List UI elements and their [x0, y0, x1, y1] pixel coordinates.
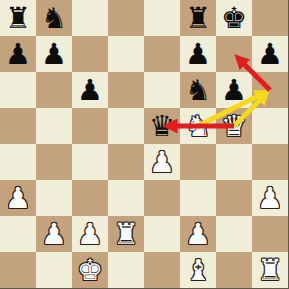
- black-knight-b8[interactable]: ♞︎: [36, 0, 72, 36]
- square-b1[interactable]: [36, 252, 72, 288]
- square-d6[interactable]: [108, 72, 144, 108]
- white-king-c1[interactable]: ♚︎: [72, 252, 108, 288]
- black-queen-e5[interactable]: ♛︎: [144, 108, 180, 144]
- chess-board: ♜︎♞︎♜︎♚︎♟︎♟︎♟︎♟︎♟︎♞︎♟︎♛︎♞︎♛︎♟︎♟︎♟︎♟︎♟︎♜︎…: [0, 0, 288, 288]
- square-a3[interactable]: ♟︎: [0, 180, 36, 216]
- white-pawn-c2[interactable]: ♟︎: [72, 216, 108, 252]
- black-king-g8[interactable]: ♚︎: [216, 0, 252, 36]
- square-h7[interactable]: ♟︎: [252, 36, 288, 72]
- square-h3[interactable]: ♟︎: [252, 180, 288, 216]
- square-g7[interactable]: [216, 36, 252, 72]
- square-d1[interactable]: [108, 252, 144, 288]
- square-c8[interactable]: [72, 0, 108, 36]
- square-h6[interactable]: [252, 72, 288, 108]
- white-pawn-b2[interactable]: ♟︎: [36, 216, 72, 252]
- square-c2[interactable]: ♟︎: [72, 216, 108, 252]
- square-f5[interactable]: ♞︎: [180, 108, 216, 144]
- square-h5[interactable]: [252, 108, 288, 144]
- square-a1[interactable]: [0, 252, 36, 288]
- black-pawn-g6[interactable]: ♟︎: [216, 72, 252, 108]
- square-f2[interactable]: ♟︎: [180, 216, 216, 252]
- square-e1[interactable]: [144, 252, 180, 288]
- square-c1[interactable]: ♚︎: [72, 252, 108, 288]
- square-b2[interactable]: ♟︎: [36, 216, 72, 252]
- square-g4[interactable]: [216, 144, 252, 180]
- square-g2[interactable]: [216, 216, 252, 252]
- square-c7[interactable]: [72, 36, 108, 72]
- square-f7[interactable]: ♟︎: [180, 36, 216, 72]
- square-a6[interactable]: [0, 72, 36, 108]
- square-b4[interactable]: [36, 144, 72, 180]
- square-e5[interactable]: ♛︎: [144, 108, 180, 144]
- square-e3[interactable]: [144, 180, 180, 216]
- chess-board-frame: ♜︎♞︎♜︎♚︎♟︎♟︎♟︎♟︎♟︎♞︎♟︎♛︎♞︎♛︎♟︎♟︎♟︎♟︎♟︎♜︎…: [0, 0, 289, 289]
- square-f4[interactable]: [180, 144, 216, 180]
- square-c6[interactable]: ♟︎: [72, 72, 108, 108]
- black-pawn-c6[interactable]: ♟︎: [72, 72, 108, 108]
- square-g1[interactable]: [216, 252, 252, 288]
- white-knight-f5[interactable]: ♞︎: [180, 108, 216, 144]
- square-c5[interactable]: [72, 108, 108, 144]
- black-knight-f6[interactable]: ♞︎: [180, 72, 216, 108]
- square-h8[interactable]: [252, 0, 288, 36]
- white-queen-g5[interactable]: ♛︎: [216, 108, 252, 144]
- square-b6[interactable]: [36, 72, 72, 108]
- square-d2[interactable]: ♜︎: [108, 216, 144, 252]
- square-b8[interactable]: ♞︎: [36, 0, 72, 36]
- square-d5[interactable]: [108, 108, 144, 144]
- black-rook-a8[interactable]: ♜︎: [0, 0, 36, 36]
- square-a5[interactable]: [0, 108, 36, 144]
- square-e4[interactable]: ♟︎: [144, 144, 180, 180]
- square-e7[interactable]: [144, 36, 180, 72]
- square-d8[interactable]: [108, 0, 144, 36]
- square-g8[interactable]: ♚︎: [216, 0, 252, 36]
- square-d4[interactable]: [108, 144, 144, 180]
- square-c3[interactable]: [72, 180, 108, 216]
- square-e6[interactable]: [144, 72, 180, 108]
- white-pawn-a3[interactable]: ♟︎: [0, 180, 36, 216]
- white-rook-d2[interactable]: ♜︎: [108, 216, 144, 252]
- square-e8[interactable]: [144, 0, 180, 36]
- square-a8[interactable]: ♜︎: [0, 0, 36, 36]
- square-g3[interactable]: [216, 180, 252, 216]
- white-pawn-e4[interactable]: ♟︎: [144, 144, 180, 180]
- square-f6[interactable]: ♞︎: [180, 72, 216, 108]
- black-pawn-b7[interactable]: ♟︎: [36, 36, 72, 72]
- square-a7[interactable]: ♟︎: [0, 36, 36, 72]
- white-rook-h1[interactable]: ♜︎: [252, 252, 288, 288]
- square-h2[interactable]: [252, 216, 288, 252]
- white-pawn-h3[interactable]: ♟︎: [252, 180, 288, 216]
- square-e2[interactable]: [144, 216, 180, 252]
- square-g6[interactable]: ♟︎: [216, 72, 252, 108]
- square-g5[interactable]: ♛︎: [216, 108, 252, 144]
- square-d7[interactable]: [108, 36, 144, 72]
- square-a2[interactable]: [0, 216, 36, 252]
- white-pawn-f2[interactable]: ♟︎: [180, 216, 216, 252]
- square-f8[interactable]: ♜︎: [180, 0, 216, 36]
- white-bishop-f1[interactable]: ♝︎: [180, 252, 216, 288]
- square-c4[interactable]: [72, 144, 108, 180]
- black-pawn-f7[interactable]: ♟︎: [180, 36, 216, 72]
- square-f1[interactable]: ♝︎: [180, 252, 216, 288]
- square-d3[interactable]: [108, 180, 144, 216]
- black-pawn-h7[interactable]: ♟︎: [252, 36, 288, 72]
- square-b5[interactable]: [36, 108, 72, 144]
- square-h1[interactable]: ♜︎: [252, 252, 288, 288]
- square-h4[interactable]: [252, 144, 288, 180]
- square-b3[interactable]: [36, 180, 72, 216]
- black-pawn-a7[interactable]: ♟︎: [0, 36, 36, 72]
- square-f3[interactable]: [180, 180, 216, 216]
- square-b7[interactable]: ♟︎: [36, 36, 72, 72]
- black-rook-f8[interactable]: ♜︎: [180, 0, 216, 36]
- square-a4[interactable]: [0, 144, 36, 180]
